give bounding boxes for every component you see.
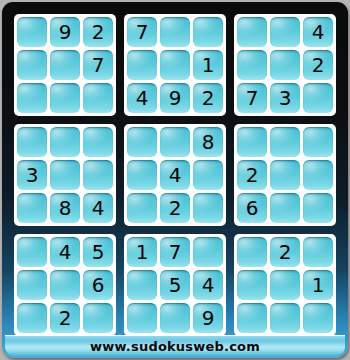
cell-r3c1[interactable] bbox=[17, 83, 47, 113]
footer-banner: www.sudokusweb.com bbox=[5, 335, 345, 356]
cell-r6c4[interactable] bbox=[127, 193, 157, 223]
cell-r3c8[interactable]: 3 bbox=[270, 83, 300, 113]
cell-r6c9[interactable] bbox=[303, 193, 333, 223]
cell-r8c2[interactable] bbox=[50, 270, 80, 300]
cell-r8c7[interactable] bbox=[237, 270, 267, 300]
website-url[interactable]: www.sudokusweb.com bbox=[90, 339, 260, 354]
cell-r4c3[interactable] bbox=[83, 127, 113, 157]
cell-r2c2[interactable] bbox=[50, 50, 80, 80]
cell-r3c3[interactable] bbox=[83, 83, 113, 113]
cell-r7c6[interactable] bbox=[193, 237, 223, 267]
box-4: 384 bbox=[14, 124, 116, 226]
cell-r5c5[interactable]: 4 bbox=[160, 160, 190, 190]
cell-r6c2[interactable]: 8 bbox=[50, 193, 80, 223]
cell-r2c6[interactable]: 1 bbox=[193, 50, 223, 80]
cell-r4c6[interactable]: 8 bbox=[193, 127, 223, 157]
cell-r5c6[interactable] bbox=[193, 160, 223, 190]
cell-r9c2[interactable]: 2 bbox=[50, 303, 80, 333]
cell-r1c5[interactable] bbox=[160, 17, 190, 47]
cell-r2c9[interactable]: 2 bbox=[303, 50, 333, 80]
cell-r9c9[interactable] bbox=[303, 303, 333, 333]
cell-r7c7[interactable] bbox=[237, 237, 267, 267]
cell-r2c1[interactable] bbox=[17, 50, 47, 80]
cell-r6c3[interactable]: 4 bbox=[83, 193, 113, 223]
cell-r4c2[interactable] bbox=[50, 127, 80, 157]
cell-r1c8[interactable] bbox=[270, 17, 300, 47]
cell-r5c1[interactable]: 3 bbox=[17, 160, 47, 190]
cell-r1c7[interactable] bbox=[237, 17, 267, 47]
cell-r9c3[interactable] bbox=[83, 303, 113, 333]
cell-r7c4[interactable]: 1 bbox=[127, 237, 157, 267]
cell-r4c4[interactable] bbox=[127, 127, 157, 157]
cell-r5c2[interactable] bbox=[50, 160, 80, 190]
cell-r4c1[interactable] bbox=[17, 127, 47, 157]
cell-r5c3[interactable] bbox=[83, 160, 113, 190]
cell-r9c1[interactable] bbox=[17, 303, 47, 333]
cell-r2c3[interactable]: 7 bbox=[83, 50, 113, 80]
cell-r3c5[interactable]: 9 bbox=[160, 83, 190, 113]
cell-r9c4[interactable] bbox=[127, 303, 157, 333]
cell-r9c8[interactable] bbox=[270, 303, 300, 333]
sudoku-grid: 9277149242733848422645621754921 bbox=[14, 14, 336, 336]
cell-r5c9[interactable] bbox=[303, 160, 333, 190]
cell-r1c4[interactable]: 7 bbox=[127, 17, 157, 47]
cell-r8c1[interactable] bbox=[17, 270, 47, 300]
box-7: 4562 bbox=[14, 234, 116, 336]
cell-r1c2[interactable]: 9 bbox=[50, 17, 80, 47]
cell-r5c7[interactable]: 2 bbox=[237, 160, 267, 190]
cell-r3c7[interactable]: 7 bbox=[237, 83, 267, 113]
box-8: 17549 bbox=[124, 234, 226, 336]
cell-r6c8[interactable] bbox=[270, 193, 300, 223]
cell-r4c5[interactable] bbox=[160, 127, 190, 157]
cell-r1c1[interactable] bbox=[17, 17, 47, 47]
box-2: 71492 bbox=[124, 14, 226, 116]
cell-r6c5[interactable]: 2 bbox=[160, 193, 190, 223]
cell-r9c6[interactable]: 9 bbox=[193, 303, 223, 333]
cell-r1c3[interactable]: 2 bbox=[83, 17, 113, 47]
cell-r6c1[interactable] bbox=[17, 193, 47, 223]
cell-r1c6[interactable] bbox=[193, 17, 223, 47]
cell-r3c4[interactable]: 4 bbox=[127, 83, 157, 113]
box-9: 21 bbox=[234, 234, 336, 336]
cell-r1c9[interactable]: 4 bbox=[303, 17, 333, 47]
cell-r8c4[interactable] bbox=[127, 270, 157, 300]
cell-r3c2[interactable] bbox=[50, 83, 80, 113]
cell-r3c6[interactable]: 2 bbox=[193, 83, 223, 113]
cell-r2c8[interactable] bbox=[270, 50, 300, 80]
cell-r4c9[interactable] bbox=[303, 127, 333, 157]
box-3: 4273 bbox=[234, 14, 336, 116]
cell-r4c7[interactable] bbox=[237, 127, 267, 157]
cell-r8c9[interactable]: 1 bbox=[303, 270, 333, 300]
cell-r3c9[interactable] bbox=[303, 83, 333, 113]
cell-r9c7[interactable] bbox=[237, 303, 267, 333]
box-5: 842 bbox=[124, 124, 226, 226]
cell-r8c3[interactable]: 6 bbox=[83, 270, 113, 300]
cell-r9c5[interactable] bbox=[160, 303, 190, 333]
cell-r7c3[interactable]: 5 bbox=[83, 237, 113, 267]
cell-r5c8[interactable] bbox=[270, 160, 300, 190]
cell-r7c8[interactable]: 2 bbox=[270, 237, 300, 267]
cell-r7c9[interactable] bbox=[303, 237, 333, 267]
cell-r8c6[interactable]: 4 bbox=[193, 270, 223, 300]
cell-r5c4[interactable] bbox=[127, 160, 157, 190]
cell-r8c8[interactable] bbox=[270, 270, 300, 300]
cell-r2c5[interactable] bbox=[160, 50, 190, 80]
cell-r8c5[interactable]: 5 bbox=[160, 270, 190, 300]
cell-r6c7[interactable]: 6 bbox=[237, 193, 267, 223]
cell-r7c5[interactable]: 7 bbox=[160, 237, 190, 267]
sudoku-board: 9277149242733848422645621754921 www.sudo… bbox=[2, 2, 348, 358]
cell-r2c7[interactable] bbox=[237, 50, 267, 80]
box-6: 26 bbox=[234, 124, 336, 226]
cell-r7c2[interactable]: 4 bbox=[50, 237, 80, 267]
cell-r7c1[interactable] bbox=[17, 237, 47, 267]
cell-r2c4[interactable] bbox=[127, 50, 157, 80]
box-1: 927 bbox=[14, 14, 116, 116]
cell-r6c6[interactable] bbox=[193, 193, 223, 223]
cell-r4c8[interactable] bbox=[270, 127, 300, 157]
